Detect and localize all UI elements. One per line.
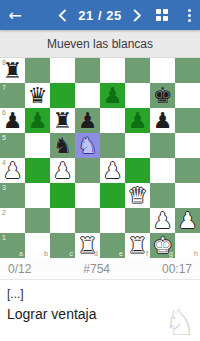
board: 8♜7♛♟♚6♟♟♜♟♟♟5♞♞4♟♟♟3♛2♟♟1abcd♜ef♜g♚h <box>0 58 200 258</box>
square-a6[interactable]: 6♟ <box>0 108 25 133</box>
rank-label-1: 1 <box>2 233 6 242</box>
piece-black-pawn-b6: ♟ <box>25 108 50 133</box>
square-a2[interactable]: 2 <box>0 208 25 233</box>
square-c5[interactable]: ♞ <box>50 133 75 158</box>
piece-black-rook-c6: ♜ <box>50 108 75 133</box>
prev-puzzle-button chevron-left-icon[interactable] <box>59 9 72 22</box>
piece-white-pawn-g2: ♟ <box>150 208 175 233</box>
file-label-d: d <box>94 249 98 258</box>
timer: 00:17 <box>162 262 192 276</box>
piece-black-pawn-d6: ♟ <box>75 108 100 133</box>
file-label-h: h <box>194 249 198 258</box>
piece-black-pawn-e7: ♟ <box>100 83 125 108</box>
piece-white-pawn-h2: ♟ <box>175 208 200 233</box>
move-list: [...] <box>7 287 24 301</box>
piece-white-queen-f3: ♛ <box>125 183 150 208</box>
back-button[interactable]: ← <box>0 0 30 30</box>
status-bar: 0/12 #754 00:17 <box>0 258 200 280</box>
turn-indicator-text: Mueven las blancas <box>47 37 153 51</box>
square-d1[interactable]: d♜ <box>75 233 100 258</box>
square-b3[interactable] <box>25 183 50 208</box>
square-c3[interactable] <box>50 183 75 208</box>
square-g1[interactable]: g♚ <box>150 233 175 258</box>
rank-label-3: 3 <box>2 183 6 192</box>
square-e6[interactable] <box>100 108 125 133</box>
square-g5[interactable] <box>150 133 175 158</box>
square-b5[interactable] <box>25 133 50 158</box>
square-b4[interactable] <box>25 158 50 183</box>
file-label-g: g <box>169 249 173 258</box>
piece-white-pawn-e4: ♟ <box>100 158 125 183</box>
top-bar: ← 21 / 25 <box>0 0 200 30</box>
square-f7[interactable] <box>125 83 150 108</box>
piece-white-knight-d5: ♞ <box>75 133 100 158</box>
square-d7[interactable] <box>75 83 100 108</box>
square-h1[interactable]: h <box>175 233 200 258</box>
square-a7[interactable]: 7 <box>0 83 25 108</box>
square-e2[interactable] <box>100 208 125 233</box>
square-g4[interactable] <box>150 158 175 183</box>
file-label-f: f <box>146 249 148 258</box>
square-e1[interactable]: e <box>100 233 125 258</box>
square-g8[interactable] <box>150 58 175 83</box>
square-h3[interactable] <box>175 183 200 208</box>
square-d3[interactable] <box>75 183 100 208</box>
square-d8[interactable] <box>75 58 100 83</box>
top-bar-actions <box>156 0 200 30</box>
rank-label-7: 7 <box>2 83 6 92</box>
square-h2[interactable]: ♟ <box>175 208 200 233</box>
square-f3[interactable]: ♛ <box>125 183 150 208</box>
square-a8[interactable]: 8♜ <box>0 58 25 83</box>
square-f2[interactable] <box>125 208 150 233</box>
puzzle-navigation: 21 / 25 <box>60 0 139 30</box>
rank-label-4: 4 <box>2 158 6 167</box>
square-a3[interactable]: 3 <box>0 183 25 208</box>
square-g6[interactable]: ♟ <box>150 108 175 133</box>
back-arrow-icon: ← <box>8 6 21 25</box>
puzzle-list-button grid-icon[interactable] <box>156 9 168 21</box>
square-g7[interactable]: ♚ <box>150 83 175 108</box>
app-window: ← 21 / 25 Mueven las blancas 8♜7♛♟♚6♟♟♜♟… <box>0 0 200 341</box>
puzzle-number: #754 <box>83 262 110 276</box>
piece-black-queen-b7: ♛ <box>25 83 50 108</box>
square-f4[interactable] <box>125 158 150 183</box>
square-b7[interactable]: ♛ <box>25 83 50 108</box>
square-a5[interactable]: 5 <box>0 133 25 158</box>
square-c6[interactable]: ♜ <box>50 108 75 133</box>
square-e4[interactable]: ♟ <box>100 158 125 183</box>
square-f1[interactable]: f♜ <box>125 233 150 258</box>
square-a1[interactable]: 1a <box>0 233 25 258</box>
square-c8[interactable] <box>50 58 75 83</box>
square-b2[interactable] <box>25 208 50 233</box>
square-f6[interactable]: ♟ <box>125 108 150 133</box>
square-c7[interactable] <box>50 83 75 108</box>
puzzle-counter: 21 / 25 <box>78 8 121 23</box>
square-g3[interactable] <box>150 183 175 208</box>
file-label-c: c <box>70 249 74 258</box>
square-d2[interactable] <box>75 208 100 233</box>
square-f8[interactable] <box>125 58 150 83</box>
rank-label-6: 6 <box>2 108 6 117</box>
square-g2[interactable]: ♟ <box>150 208 175 233</box>
rank-label-2: 2 <box>2 208 6 217</box>
square-h7[interactable] <box>175 83 200 108</box>
file-label-e: e <box>119 249 123 258</box>
piece-black-pawn-f6: ♟ <box>125 108 150 133</box>
square-e7[interactable]: ♟ <box>100 83 125 108</box>
square-b1[interactable]: b <box>25 233 50 258</box>
square-d6[interactable]: ♟ <box>75 108 100 133</box>
file-label-a: a <box>19 249 23 258</box>
piece-black-king-g7: ♚ <box>150 83 175 108</box>
square-h6[interactable] <box>175 108 200 133</box>
footer: [...] Lograr ventaja ♘ <box>0 280 200 341</box>
piece-black-pawn-g6: ♟ <box>150 108 175 133</box>
rank-label-5: 5 <box>2 133 6 142</box>
turn-indicator-bar: Mueven las blancas <box>0 30 200 58</box>
square-d4[interactable] <box>75 158 100 183</box>
piece-black-knight-c5: ♞ <box>50 133 75 158</box>
square-a4[interactable]: 4♟ <box>0 158 25 183</box>
square-b6[interactable]: ♟ <box>25 108 50 133</box>
knight-watermark-icon: ♘ <box>164 303 196 341</box>
puzzle-goal-text: Lograr ventaja <box>7 306 97 322</box>
overflow-menu-button dots-vertical-icon[interactable] <box>180 0 198 30</box>
square-e5[interactable] <box>100 133 125 158</box>
square-c1[interactable]: c <box>50 233 75 258</box>
square-e3[interactable] <box>100 183 125 208</box>
square-h8[interactable] <box>175 58 200 83</box>
square-c4[interactable]: ♟ <box>50 158 75 183</box>
score-counter: 0/12 <box>8 262 31 276</box>
square-c2[interactable] <box>50 208 75 233</box>
square-h5[interactable] <box>175 133 200 158</box>
next-puzzle-button chevron-right-icon[interactable] <box>129 9 142 22</box>
rank-label-8: 8 <box>2 58 6 67</box>
piece-white-pawn-c4: ♟ <box>50 158 75 183</box>
square-h4[interactable] <box>175 158 200 183</box>
square-b8[interactable] <box>25 58 50 83</box>
square-d5[interactable]: ♞ <box>75 133 100 158</box>
square-e8[interactable] <box>100 58 125 83</box>
square-f5[interactable] <box>125 133 150 158</box>
file-label-b: b <box>44 249 48 258</box>
